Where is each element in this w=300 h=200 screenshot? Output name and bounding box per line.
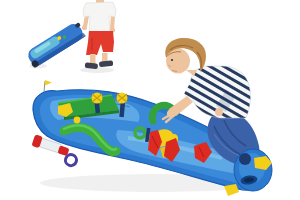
inset-child-left-hand (82, 25, 87, 30)
cap-navy-part (239, 153, 251, 165)
paddle-wheel-1 (92, 93, 103, 104)
paddle-wheel-2 (117, 93, 128, 104)
yellow-bollard (74, 117, 81, 124)
product-photo (0, 0, 300, 200)
boy-near-hand (215, 108, 223, 116)
boy-eye (171, 59, 173, 61)
photo-canvas (0, 0, 300, 200)
